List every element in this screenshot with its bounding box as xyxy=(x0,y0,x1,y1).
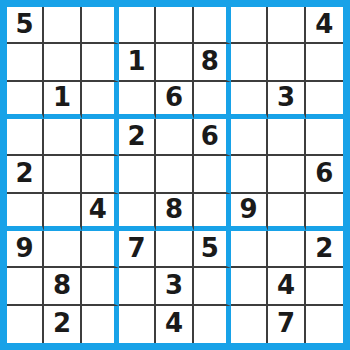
sudoku-cell-r1c9[interactable]: 4 xyxy=(306,7,343,44)
sudoku-cell-r5c9[interactable]: 6 xyxy=(306,156,343,193)
clue-digit: 7 xyxy=(277,310,295,336)
sudoku-cell-r7c6[interactable]: 5 xyxy=(194,231,231,268)
sudoku-cell-r3c5[interactable]: 6 xyxy=(156,82,193,119)
sudoku-cell-r2c2[interactable] xyxy=(44,44,81,81)
clue-digit: 6 xyxy=(165,84,183,110)
sudoku-cell-r8c4[interactable] xyxy=(119,268,156,305)
clue-digit: 6 xyxy=(201,123,219,149)
sudoku-cell-r6c8[interactable] xyxy=(268,194,305,231)
clue-digit: 8 xyxy=(201,48,219,74)
sudoku-cell-r5c6[interactable] xyxy=(194,156,231,193)
sudoku-board: 541816326264899752834247 xyxy=(0,0,350,350)
clue-digit: 6 xyxy=(315,160,333,186)
sudoku-cell-r1c3[interactable] xyxy=(82,7,119,44)
sudoku-cell-r8c1[interactable] xyxy=(7,268,44,305)
clue-digit: 1 xyxy=(128,48,146,74)
clue-digit: 7 xyxy=(128,235,146,261)
sudoku-cell-r2c8[interactable] xyxy=(268,44,305,81)
sudoku-cell-r9c8[interactable]: 7 xyxy=(268,306,305,343)
sudoku-cell-r9c3[interactable] xyxy=(82,306,119,343)
sudoku-cell-r2c5[interactable] xyxy=(156,44,193,81)
clue-digit: 9 xyxy=(240,196,258,222)
sudoku-cell-r6c2[interactable] xyxy=(44,194,81,231)
sudoku-cell-r7c5[interactable] xyxy=(156,231,193,268)
sudoku-cell-r5c5[interactable] xyxy=(156,156,193,193)
sudoku-cell-r1c2[interactable] xyxy=(44,7,81,44)
sudoku-cell-r9c7[interactable] xyxy=(231,306,268,343)
sudoku-cell-r8c8[interactable]: 4 xyxy=(268,268,305,305)
sudoku-cell-r4c7[interactable] xyxy=(231,119,268,156)
sudoku-cell-r3c6[interactable] xyxy=(194,82,231,119)
sudoku-cell-r6c9[interactable] xyxy=(306,194,343,231)
sudoku-puzzle: 541816326264899752834247 xyxy=(0,0,350,350)
clue-digit: 1 xyxy=(53,84,71,110)
sudoku-cell-r6c1[interactable] xyxy=(7,194,44,231)
clue-digit: 2 xyxy=(128,123,146,149)
sudoku-cell-r5c4[interactable] xyxy=(119,156,156,193)
sudoku-cell-r6c7[interactable]: 9 xyxy=(231,194,268,231)
sudoku-cell-r5c7[interactable] xyxy=(231,156,268,193)
sudoku-cell-r7c4[interactable]: 7 xyxy=(119,231,156,268)
sudoku-cell-r3c9[interactable] xyxy=(306,82,343,119)
sudoku-cell-r1c6[interactable] xyxy=(194,7,231,44)
sudoku-cell-r6c6[interactable] xyxy=(194,194,231,231)
sudoku-cell-r7c3[interactable] xyxy=(82,231,119,268)
sudoku-cell-r1c8[interactable] xyxy=(268,7,305,44)
sudoku-cell-r2c9[interactable] xyxy=(306,44,343,81)
sudoku-cell-r5c2[interactable] xyxy=(44,156,81,193)
sudoku-cell-r3c2[interactable]: 1 xyxy=(44,82,81,119)
sudoku-cell-r8c6[interactable] xyxy=(194,268,231,305)
sudoku-cell-r4c2[interactable] xyxy=(44,119,81,156)
sudoku-cell-r1c1[interactable]: 5 xyxy=(7,7,44,44)
sudoku-cell-r2c1[interactable] xyxy=(7,44,44,81)
sudoku-cell-r1c7[interactable] xyxy=(231,7,268,44)
sudoku-cell-r8c7[interactable] xyxy=(231,268,268,305)
clue-digit: 5 xyxy=(16,11,34,37)
sudoku-cell-r6c5[interactable]: 8 xyxy=(156,194,193,231)
sudoku-cell-r4c5[interactable] xyxy=(156,119,193,156)
sudoku-cell-r9c2[interactable]: 2 xyxy=(44,306,81,343)
sudoku-cell-r5c8[interactable] xyxy=(268,156,305,193)
sudoku-cell-r2c7[interactable] xyxy=(231,44,268,81)
sudoku-cell-r5c1[interactable]: 2 xyxy=(7,156,44,193)
sudoku-cell-r3c7[interactable] xyxy=(231,82,268,119)
sudoku-cell-r3c8[interactable]: 3 xyxy=(268,82,305,119)
sudoku-cell-r9c9[interactable] xyxy=(306,306,343,343)
sudoku-cell-r1c4[interactable] xyxy=(119,7,156,44)
clue-digit: 4 xyxy=(277,272,295,298)
sudoku-cell-r9c1[interactable] xyxy=(7,306,44,343)
sudoku-cell-r4c6[interactable]: 6 xyxy=(194,119,231,156)
sudoku-cell-r4c9[interactable] xyxy=(306,119,343,156)
sudoku-cell-r1c5[interactable] xyxy=(156,7,193,44)
sudoku-cell-r2c6[interactable]: 8 xyxy=(194,44,231,81)
sudoku-cell-r4c8[interactable] xyxy=(268,119,305,156)
sudoku-cell-r9c4[interactable] xyxy=(119,306,156,343)
clue-digit: 4 xyxy=(315,11,333,37)
sudoku-cell-r2c3[interactable] xyxy=(82,44,119,81)
sudoku-cell-r9c6[interactable] xyxy=(194,306,231,343)
sudoku-cell-r3c1[interactable] xyxy=(7,82,44,119)
sudoku-cell-r7c8[interactable] xyxy=(268,231,305,268)
clue-digit: 5 xyxy=(201,235,219,261)
sudoku-cell-r8c9[interactable] xyxy=(306,268,343,305)
sudoku-cell-r9c5[interactable]: 4 xyxy=(156,306,193,343)
clue-digit: 9 xyxy=(16,235,34,261)
sudoku-cell-r6c4[interactable] xyxy=(119,194,156,231)
sudoku-cell-r5c3[interactable] xyxy=(82,156,119,193)
sudoku-cell-r7c9[interactable]: 2 xyxy=(306,231,343,268)
sudoku-cell-r6c3[interactable]: 4 xyxy=(82,194,119,231)
sudoku-cell-r3c3[interactable] xyxy=(82,82,119,119)
clue-digit: 2 xyxy=(315,235,333,261)
sudoku-cell-r7c7[interactable] xyxy=(231,231,268,268)
clue-digit: 3 xyxy=(277,84,295,110)
sudoku-cell-r4c4[interactable]: 2 xyxy=(119,119,156,156)
sudoku-cell-r7c1[interactable]: 9 xyxy=(7,231,44,268)
sudoku-cell-r8c3[interactable] xyxy=(82,268,119,305)
sudoku-cell-r7c2[interactable] xyxy=(44,231,81,268)
clue-digit: 2 xyxy=(16,160,34,186)
clue-digit: 8 xyxy=(165,196,183,222)
sudoku-cell-r3c4[interactable] xyxy=(119,82,156,119)
sudoku-cell-r8c2[interactable]: 8 xyxy=(44,268,81,305)
clue-digit: 2 xyxy=(53,310,71,336)
sudoku-cell-r4c3[interactable] xyxy=(82,119,119,156)
clue-digit: 4 xyxy=(89,196,107,222)
clue-digit: 8 xyxy=(53,272,71,298)
sudoku-cell-r2c4[interactable]: 1 xyxy=(119,44,156,81)
clue-digit: 4 xyxy=(165,310,183,336)
sudoku-cell-r8c5[interactable]: 3 xyxy=(156,268,193,305)
clue-digit: 3 xyxy=(165,272,183,298)
sudoku-cell-r4c1[interactable] xyxy=(7,119,44,156)
